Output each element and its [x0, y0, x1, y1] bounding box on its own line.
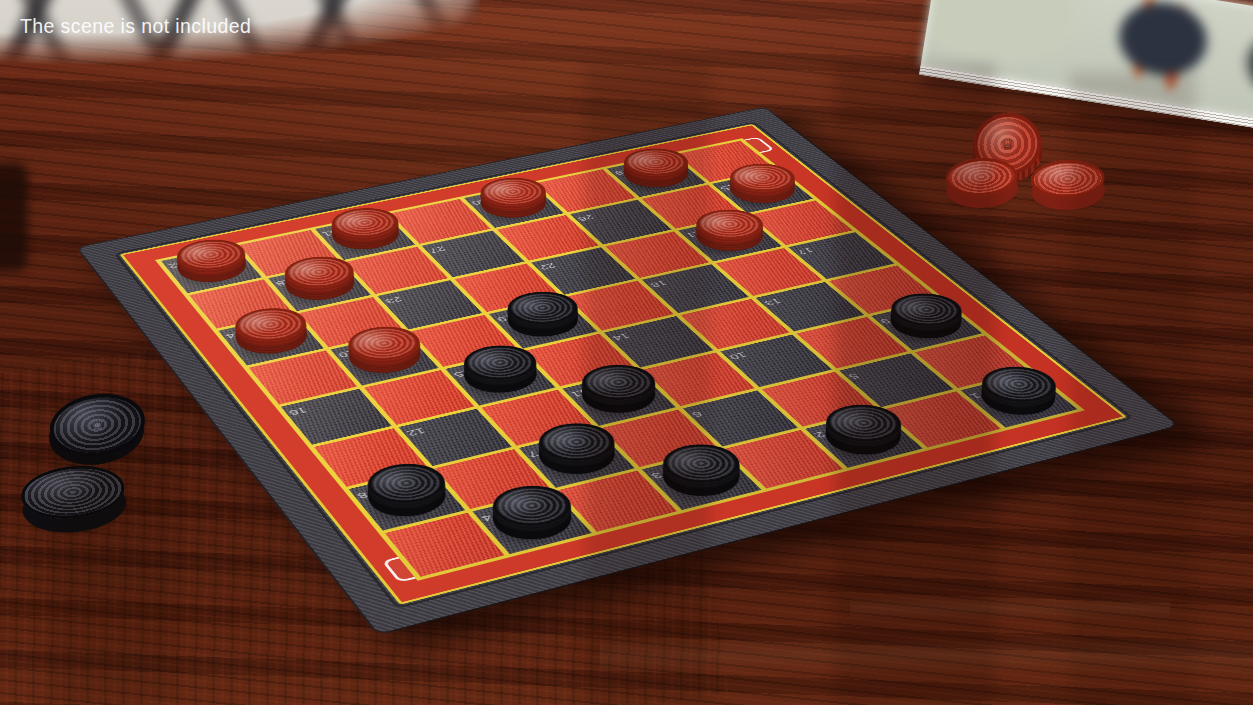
off-board-black-checker[interactable]	[18, 461, 131, 546]
table-sheen	[600, 636, 1253, 676]
off-board-red-checker[interactable]	[945, 156, 1020, 214]
square-number: 6	[689, 410, 705, 420]
square-number: 23	[383, 295, 405, 305]
off-board-red-checker[interactable]	[1030, 159, 1106, 216]
off-board-black-checker[interactable]: ♛	[43, 387, 153, 472]
blurred-object	[0, 163, 28, 271]
square-number: 26	[575, 214, 596, 223]
square-number: 13	[761, 297, 783, 307]
watermark-text: The scene is not included	[20, 15, 251, 38]
black-checker-square-9[interactable]	[878, 303, 974, 347]
crown-icon: ♛	[88, 415, 106, 435]
red-checker-square-24[interactable]	[226, 318, 317, 362]
red-checker-square-31[interactable]	[322, 217, 409, 256]
black-checker-square-1[interactable]	[968, 376, 1069, 423]
square-number: 18	[648, 279, 670, 289]
black-checker-square-4[interactable]	[481, 495, 584, 549]
window-light-pattern	[0, 0, 480, 76]
square-number: 17	[794, 247, 816, 257]
red-checker-square-28[interactable]	[275, 266, 364, 308]
crown-icon: ♛	[999, 134, 1017, 154]
square-number: 10	[726, 351, 749, 362]
square-number: 12	[405, 426, 428, 438]
red-checker-square-20[interactable]	[338, 336, 431, 381]
black-checker-square-19[interactable]	[497, 301, 590, 344]
black-checker-square-3[interactable]	[650, 454, 752, 506]
square-number: 22	[537, 262, 559, 272]
square-number: 5	[846, 372, 862, 381]
table-sheen	[850, 595, 1170, 621]
square-number: 27	[428, 245, 449, 255]
black-checker-square-11[interactable]	[570, 374, 667, 421]
square-number: 14	[610, 332, 633, 343]
square-11: 11	[563, 371, 676, 426]
square-number: 16	[287, 406, 310, 418]
